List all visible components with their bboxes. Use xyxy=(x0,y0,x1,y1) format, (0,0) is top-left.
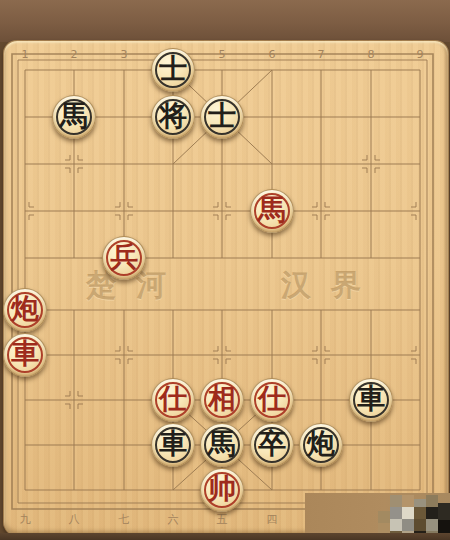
black-horse-glyph: 馬 xyxy=(60,102,88,130)
mosaic-block xyxy=(402,495,414,507)
file-label-top-1: 1 xyxy=(22,49,29,60)
red-advisor-glyph: 仕 xyxy=(258,385,286,413)
mosaic-block xyxy=(390,495,402,507)
file-label-top-2: 2 xyxy=(71,49,78,60)
mosaic-block xyxy=(414,519,426,531)
red-horse-glyph: 馬 xyxy=(258,196,286,224)
piece-black-horse[interactable]: 馬 xyxy=(200,423,244,467)
file-label-top-6: 6 xyxy=(269,49,276,60)
piece-black-chariot[interactable]: 車 xyxy=(151,423,195,467)
file-label-bottom-4: 六 xyxy=(168,514,179,525)
mosaic-block xyxy=(426,507,438,519)
piece-black-general[interactable]: 将 xyxy=(151,95,195,139)
mosaic-block xyxy=(390,519,402,531)
top-bar xyxy=(0,0,450,42)
piece-black-advisor[interactable]: 士 xyxy=(200,95,244,139)
red-cannon-glyph: 炮 xyxy=(11,295,39,323)
black-cannon-glyph: 炮 xyxy=(307,430,335,458)
file-label-bottom-6: 四 xyxy=(267,514,278,525)
river-text-han-jie: 汉界 xyxy=(281,270,381,300)
piece-red-advisor[interactable]: 仕 xyxy=(151,378,195,422)
file-label-bottom-2: 八 xyxy=(69,514,80,525)
file-label-top-7: 7 xyxy=(318,49,325,60)
file-label-top-5: 5 xyxy=(219,49,226,60)
black-advisor-glyph: 士 xyxy=(159,55,187,83)
red-soldier-glyph: 兵 xyxy=(110,243,138,271)
file-label-top-9: 9 xyxy=(417,49,424,60)
file-label-bottom-1: 九 xyxy=(20,514,31,525)
black-general-glyph: 将 xyxy=(159,102,187,130)
piece-red-soldier[interactable]: 兵 xyxy=(102,236,146,280)
piece-red-horse[interactable]: 馬 xyxy=(250,189,294,233)
piece-red-advisor[interactable]: 仕 xyxy=(250,378,294,422)
black-soldier-glyph: 卒 xyxy=(258,430,286,458)
black-horse-glyph: 馬 xyxy=(208,430,236,458)
piece-red-cannon[interactable]: 炮 xyxy=(3,288,47,332)
file-label-top-3: 3 xyxy=(121,49,128,60)
board-bottom-edge xyxy=(0,533,450,540)
mosaic-block xyxy=(438,503,450,520)
file-label-top-8: 8 xyxy=(368,49,375,60)
piece-red-general[interactable]: 帅 xyxy=(200,468,244,512)
mosaic-block xyxy=(414,507,426,519)
piece-red-elephant[interactable]: 相 xyxy=(200,378,244,422)
black-advisor-glyph: 士 xyxy=(208,102,236,130)
game-screen: 123456789 九八七六五四三二一 楚河 汉界 士馬将士馬兵炮車仕相仕車車馬… xyxy=(0,0,450,540)
file-label-bottom-3: 七 xyxy=(119,514,130,525)
file-label-bottom-5: 五 xyxy=(217,514,228,525)
mosaic-block xyxy=(402,519,414,531)
black-chariot-glyph: 車 xyxy=(159,430,187,458)
red-general-glyph: 帅 xyxy=(208,475,236,503)
piece-red-chariot[interactable]: 車 xyxy=(3,333,47,377)
mosaic-block xyxy=(378,511,390,523)
red-chariot-glyph: 車 xyxy=(11,340,39,368)
piece-black-chariot[interactable]: 車 xyxy=(349,378,393,422)
piece-black-soldier[interactable]: 卒 xyxy=(250,423,294,467)
black-chariot-glyph: 車 xyxy=(357,385,385,413)
mosaic-block xyxy=(402,507,414,519)
mosaic-block xyxy=(426,519,438,531)
mosaic-block xyxy=(390,507,402,519)
piece-black-horse[interactable]: 馬 xyxy=(52,95,96,139)
piece-black-cannon[interactable]: 炮 xyxy=(299,423,343,467)
red-advisor-glyph: 仕 xyxy=(159,385,187,413)
red-elephant-glyph: 相 xyxy=(208,385,236,413)
piece-black-advisor[interactable]: 士 xyxy=(151,48,195,92)
mosaic-block xyxy=(426,495,438,507)
